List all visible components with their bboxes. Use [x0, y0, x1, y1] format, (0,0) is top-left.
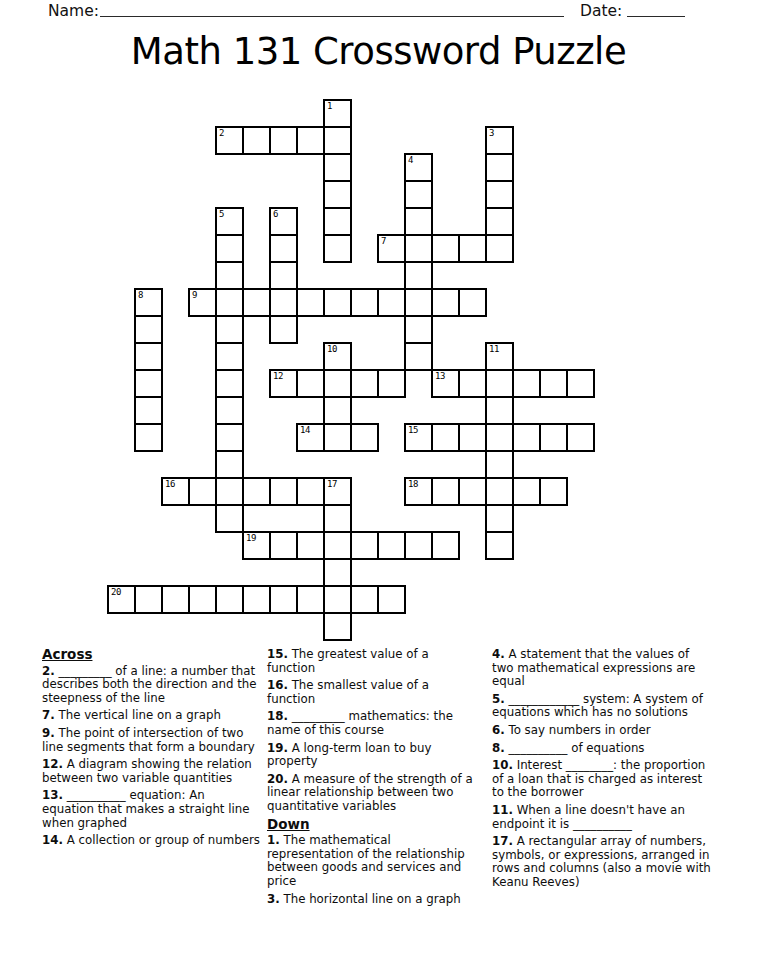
- cell-number-label: 9: [192, 290, 197, 300]
- down-section-header: Down: [267, 818, 479, 832]
- grid-cell[interactable]: [350, 531, 379, 560]
- grid-cell[interactable]: 7: [377, 234, 406, 263]
- grid-cell[interactable]: [269, 315, 298, 344]
- grid-cell[interactable]: [350, 423, 379, 452]
- grid-cell[interactable]: [296, 288, 325, 317]
- grid-cell[interactable]: 17: [323, 477, 352, 506]
- clue-20-across: 20. A measure of the strength of a linea…: [267, 773, 479, 814]
- grid-cell[interactable]: [404, 180, 433, 209]
- grid-cell[interactable]: [404, 261, 433, 290]
- cell-number-label: 15: [408, 425, 418, 435]
- grid-cell[interactable]: [323, 423, 352, 452]
- grid-cell[interactable]: [323, 288, 352, 317]
- clue-5-down: 5. ____________ system: A system of equa…: [492, 693, 712, 720]
- grid-cell[interactable]: [323, 531, 352, 560]
- clue-10-down: 10. Interest ________: the proportion of…: [492, 759, 712, 800]
- clue-number: 10.: [492, 758, 513, 772]
- clue-number: 12.: [42, 757, 63, 771]
- grid-cell[interactable]: 12: [269, 369, 298, 398]
- clue-column-right: 4. A statement that the values of two ma…: [492, 648, 712, 894]
- clue-4-down: 4. A statement that the values of two ma…: [492, 648, 712, 689]
- cell-number-label: 14: [300, 425, 310, 435]
- grid-cell[interactable]: [485, 504, 514, 533]
- clue-6-down: 6. To say numbers in order: [492, 724, 712, 738]
- grid-cell[interactable]: [485, 450, 514, 479]
- grid-cell[interactable]: 9: [188, 288, 217, 317]
- grid-cell[interactable]: [242, 477, 271, 506]
- grid-cell[interactable]: [323, 207, 352, 236]
- date-label: Date:: [580, 2, 622, 20]
- grid-cell[interactable]: [404, 342, 433, 371]
- clue-15-across: 15. The greatest value of a function: [267, 648, 479, 675]
- clue-18-across: 18. _________ mathematics: the name of t…: [267, 710, 479, 737]
- grid-cell[interactable]: [539, 369, 568, 398]
- grid-cell[interactable]: 5: [215, 207, 244, 236]
- grid-cell[interactable]: [539, 477, 568, 506]
- clue-13-across: 13. __________ equation: An equation tha…: [42, 789, 260, 830]
- grid-cell[interactable]: [485, 369, 514, 398]
- grid-cell[interactable]: [458, 288, 487, 317]
- cell-number-label: 6: [273, 209, 278, 219]
- grid-cell[interactable]: [296, 126, 325, 155]
- grid-cell[interactable]: [269, 261, 298, 290]
- grid-cell[interactable]: [269, 126, 298, 155]
- grid-cell[interactable]: [485, 396, 514, 425]
- cell-number-label: 2: [219, 128, 224, 138]
- grid-cell[interactable]: 4: [404, 153, 433, 182]
- name-blank-line: [100, 0, 564, 17]
- grid-cell[interactable]: 3: [485, 126, 514, 155]
- grid-cell[interactable]: 10: [323, 342, 352, 371]
- clue-7-across: 7. The vertical line on a graph: [42, 709, 260, 723]
- grid-cell[interactable]: [134, 315, 163, 344]
- grid-cell[interactable]: 2: [215, 126, 244, 155]
- cell-number-label: 18: [408, 479, 418, 489]
- grid-cell[interactable]: [485, 180, 514, 209]
- clue-8-down: 8. __________ of equations: [492, 742, 712, 756]
- grid-cell[interactable]: [215, 369, 244, 398]
- grid-cell[interactable]: [377, 369, 406, 398]
- cell-number-label: 19: [246, 533, 256, 543]
- clue-number: 14.: [42, 833, 63, 847]
- grid-cell[interactable]: [404, 531, 433, 560]
- grid-cell[interactable]: [350, 585, 379, 614]
- clue-number: 11.: [492, 803, 513, 817]
- cell-number-label: 3: [489, 128, 494, 138]
- grid-cell[interactable]: [215, 315, 244, 344]
- grid-cell[interactable]: [269, 288, 298, 317]
- grid-cell[interactable]: [215, 477, 244, 506]
- grid-cell[interactable]: [404, 207, 433, 236]
- clue-number: 18.: [267, 709, 288, 723]
- clue-number: 20.: [267, 772, 288, 786]
- grid-cell[interactable]: [458, 369, 487, 398]
- cell-number-label: 7: [381, 236, 386, 246]
- grid-cell[interactable]: [350, 288, 379, 317]
- grid-cell[interactable]: [323, 126, 352, 155]
- clue-number: 16.: [267, 678, 288, 692]
- grid-cell[interactable]: [134, 423, 163, 452]
- grid-cell[interactable]: [458, 423, 487, 452]
- clue-1-down: 1. The mathematical representation of th…: [267, 834, 479, 888]
- grid-cell[interactable]: 8: [134, 288, 163, 317]
- grid-cell[interactable]: [134, 396, 163, 425]
- grid-cell[interactable]: [431, 477, 460, 506]
- clue-17-down: 17. A rectangular array of numbers, symb…: [492, 835, 712, 889]
- grid-cell[interactable]: [377, 585, 406, 614]
- grid-cell[interactable]: [296, 369, 325, 398]
- clue-number: 4.: [492, 647, 505, 661]
- clue-3-down: 3. The horizontal line on a graph: [267, 893, 479, 907]
- clue-number: 5.: [492, 692, 505, 706]
- clue-number: 13.: [42, 788, 63, 802]
- cell-number-label: 4: [408, 155, 413, 165]
- grid-cell[interactable]: [431, 288, 460, 317]
- clue-9-across: 9. The point of intersection of two line…: [42, 727, 260, 754]
- grid-cell[interactable]: [485, 477, 514, 506]
- clue-14-across: 14. A collection or group of numbers: [42, 834, 260, 848]
- grid-cell[interactable]: [323, 558, 352, 587]
- grid-cell[interactable]: [323, 612, 352, 641]
- grid-cell[interactable]: 6: [269, 207, 298, 236]
- grid-cell[interactable]: [431, 234, 460, 263]
- date-blank-line: [627, 0, 685, 17]
- grid-cell[interactable]: [134, 369, 163, 398]
- grid-cell[interactable]: [485, 234, 514, 263]
- grid-cell[interactable]: 20: [107, 585, 136, 614]
- grid-cell[interactable]: [134, 585, 163, 614]
- cell-number-label: 11: [489, 344, 499, 354]
- cell-number-label: 20: [111, 587, 121, 597]
- grid-cell[interactable]: [485, 423, 514, 452]
- grid-cell[interactable]: [215, 342, 244, 371]
- grid-cell[interactable]: 1: [323, 99, 352, 128]
- clue-number: 7.: [42, 708, 55, 722]
- grid-cell[interactable]: [269, 477, 298, 506]
- grid-cell[interactable]: [215, 261, 244, 290]
- grid-cell[interactable]: [377, 288, 406, 317]
- clue-column-middle: 15. The greatest value of a function16. …: [267, 648, 479, 910]
- grid-cell[interactable]: [161, 585, 190, 614]
- grid-cell[interactable]: [242, 126, 271, 155]
- clue-number: 17.: [492, 834, 513, 848]
- grid-cell[interactable]: [539, 423, 568, 452]
- grid-cell[interactable]: [431, 531, 460, 560]
- grid-cell[interactable]: [215, 396, 244, 425]
- cell-number-label: 12: [273, 371, 283, 381]
- grid-cell[interactable]: [404, 315, 433, 344]
- grid-cell[interactable]: [269, 234, 298, 263]
- page-title: Math 131 Crossword Puzzle: [0, 30, 757, 73]
- clue-11-down: 11. When a line doesn't have an endpoint…: [492, 804, 712, 831]
- grid-cell[interactable]: [323, 585, 352, 614]
- grid-cell[interactable]: [458, 234, 487, 263]
- cell-number-label: 13: [435, 371, 445, 381]
- grid-cell[interactable]: [215, 450, 244, 479]
- grid-cell[interactable]: [296, 531, 325, 560]
- cell-number-label: 5: [219, 209, 224, 219]
- grid-cell[interactable]: [215, 234, 244, 263]
- grid-cell[interactable]: 15: [404, 423, 433, 452]
- clue-number: 2.: [42, 664, 55, 678]
- grid-cell[interactable]: 19: [242, 531, 271, 560]
- grid-cell[interactable]: [404, 288, 433, 317]
- grid-cell[interactable]: [485, 153, 514, 182]
- across-section-header: Across: [42, 648, 260, 662]
- grid-cell[interactable]: [296, 477, 325, 506]
- clue-number: 15.: [267, 647, 288, 661]
- grid-cell[interactable]: [296, 585, 325, 614]
- cell-number-label: 16: [165, 479, 175, 489]
- cell-number-label: 17: [327, 479, 337, 489]
- grid-cell[interactable]: [215, 585, 244, 614]
- grid-cell[interactable]: [323, 180, 352, 209]
- clue-number: 3.: [267, 892, 280, 906]
- clue-number: 19.: [267, 741, 288, 755]
- grid-cell[interactable]: [512, 423, 541, 452]
- clue-number: 1.: [267, 833, 280, 847]
- grid-cell[interactable]: [431, 423, 460, 452]
- grid-cell[interactable]: [566, 423, 595, 452]
- grid-cell[interactable]: 11: [485, 342, 514, 371]
- cell-number-label: 10: [327, 344, 337, 354]
- grid-cell[interactable]: [215, 504, 244, 533]
- grid-cell[interactable]: [242, 288, 271, 317]
- clue-number: 8.: [492, 741, 505, 755]
- grid-cell[interactable]: [377, 531, 406, 560]
- grid-cell[interactable]: 16: [161, 477, 190, 506]
- grid-cell[interactable]: [242, 585, 271, 614]
- grid-cell[interactable]: [215, 288, 244, 317]
- grid-cell[interactable]: [215, 423, 244, 452]
- cell-number-label: 1: [327, 101, 332, 111]
- grid-cell[interactable]: [269, 531, 298, 560]
- grid-cell[interactable]: [134, 342, 163, 371]
- grid-cell[interactable]: [566, 369, 595, 398]
- grid-cell[interactable]: [512, 477, 541, 506]
- grid-cell[interactable]: [188, 585, 217, 614]
- grid-cell[interactable]: [323, 153, 352, 182]
- clue-column-left: Across2. _________ of a line: a number t…: [42, 648, 260, 852]
- grid-cell[interactable]: [188, 477, 217, 506]
- grid-cell[interactable]: 13: [431, 369, 460, 398]
- grid-cell[interactable]: [323, 396, 352, 425]
- grid-cell[interactable]: 18: [404, 477, 433, 506]
- clue-12-across: 12. A diagram showing the relation betwe…: [42, 758, 260, 785]
- crossword-grid: 1234567891011121314151617181920: [108, 100, 594, 640]
- grid-cell[interactable]: [485, 531, 514, 560]
- grid-cell[interactable]: [350, 369, 379, 398]
- clue-16-across: 16. The smallest value of a function: [267, 679, 479, 706]
- clue-2-across: 2. _________ of a line: a number that de…: [42, 665, 260, 706]
- grid-cell[interactable]: [512, 369, 541, 398]
- grid-cell[interactable]: [485, 207, 514, 236]
- grid-cell[interactable]: [404, 234, 433, 263]
- grid-cell[interactable]: 14: [296, 423, 325, 452]
- clue-19-across: 19. A long-term loan to buy property: [267, 742, 479, 769]
- clue-number: 9.: [42, 726, 55, 740]
- name-label: Name:: [48, 2, 99, 20]
- grid-cell[interactable]: [323, 504, 352, 533]
- clue-number: 6.: [492, 723, 505, 737]
- cell-number-label: 8: [138, 290, 143, 300]
- grid-cell[interactable]: [458, 477, 487, 506]
- grid-cell[interactable]: [323, 369, 352, 398]
- grid-cell[interactable]: [269, 585, 298, 614]
- grid-cell[interactable]: [323, 234, 352, 263]
